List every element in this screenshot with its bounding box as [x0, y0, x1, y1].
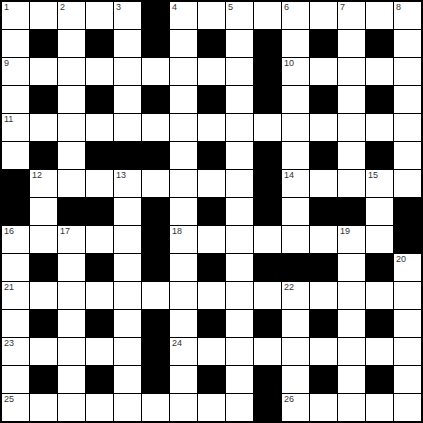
- blocked-cell: [366, 310, 393, 337]
- letter-cell[interactable]: [58, 254, 85, 281]
- blocked-cell: [142, 338, 169, 365]
- letter-cell[interactable]: [394, 30, 421, 57]
- letter-cell[interactable]: [30, 198, 57, 225]
- letter-cell[interactable]: [394, 338, 421, 365]
- letter-cell[interactable]: [170, 254, 197, 281]
- letter-cell[interactable]: [170, 30, 197, 57]
- blocked-cell: [2, 170, 29, 197]
- letter-cell[interactable]: [310, 282, 337, 309]
- blocked-cell: [198, 366, 225, 393]
- letter-cell[interactable]: [338, 394, 365, 421]
- letter-cell[interactable]: [254, 226, 281, 253]
- blocked-cell: [86, 142, 113, 169]
- letter-cell[interactable]: [282, 338, 309, 365]
- clue-number: 25: [4, 394, 14, 405]
- letter-cell[interactable]: [282, 30, 309, 57]
- letter-cell[interactable]: 4: [170, 2, 197, 29]
- letter-cell[interactable]: [198, 394, 225, 421]
- letter-cell[interactable]: [282, 226, 309, 253]
- letter-cell[interactable]: [86, 2, 113, 29]
- clue-number: 13: [116, 170, 126, 181]
- letter-cell[interactable]: [338, 366, 365, 393]
- letter-cell[interactable]: [58, 310, 85, 337]
- blocked-cell: [198, 86, 225, 113]
- letter-cell[interactable]: [142, 58, 169, 85]
- blocked-cell: [366, 366, 393, 393]
- blocked-cell: [310, 86, 337, 113]
- blocked-cell: [198, 254, 225, 281]
- clue-number: 17: [60, 226, 70, 237]
- letter-cell[interactable]: [366, 282, 393, 309]
- blocked-cell: [366, 30, 393, 57]
- letter-cell[interactable]: 6: [282, 2, 309, 29]
- letter-cell[interactable]: [254, 282, 281, 309]
- letter-cell[interactable]: [254, 2, 281, 29]
- letter-cell[interactable]: [226, 338, 253, 365]
- letter-cell[interactable]: 12: [30, 170, 57, 197]
- blocked-cell: [86, 30, 113, 57]
- letter-cell[interactable]: [254, 338, 281, 365]
- blocked-cell: [254, 142, 281, 169]
- letter-cell[interactable]: [338, 114, 365, 141]
- letter-cell[interactable]: [338, 282, 365, 309]
- letter-cell[interactable]: [114, 394, 141, 421]
- letter-cell[interactable]: [2, 310, 29, 337]
- letter-cell[interactable]: 21: [2, 282, 29, 309]
- letter-cell[interactable]: [310, 58, 337, 85]
- letter-cell[interactable]: [310, 2, 337, 29]
- letter-cell[interactable]: [170, 114, 197, 141]
- letter-cell[interactable]: [58, 86, 85, 113]
- clue-number: 18: [172, 226, 182, 237]
- letter-cell[interactable]: [114, 282, 141, 309]
- letter-cell[interactable]: [394, 114, 421, 141]
- clue-number: 11: [4, 114, 13, 125]
- letter-cell[interactable]: [58, 30, 85, 57]
- clue-number: 10: [284, 58, 294, 69]
- clue-number: 5: [228, 2, 233, 13]
- blocked-cell: [254, 366, 281, 393]
- blocked-cell: [142, 310, 169, 337]
- letter-cell[interactable]: 3: [114, 2, 141, 29]
- crossword-grid: 1234567891011121314151617181920212223242…: [0, 0, 423, 423]
- letter-cell[interactable]: [282, 86, 309, 113]
- letter-cell[interactable]: [30, 114, 57, 141]
- clue-number: 7: [340, 2, 345, 13]
- blocked-cell: [394, 198, 421, 225]
- blocked-cell: [254, 58, 281, 85]
- letter-cell[interactable]: [30, 2, 57, 29]
- clue-number: 9: [4, 58, 9, 69]
- letter-cell[interactable]: [254, 114, 281, 141]
- blocked-cell: [198, 30, 225, 57]
- letter-cell[interactable]: [170, 310, 197, 337]
- letter-cell[interactable]: 14: [282, 170, 309, 197]
- letter-cell[interactable]: [394, 58, 421, 85]
- letter-cell[interactable]: [394, 86, 421, 113]
- clue-number: 15: [368, 170, 378, 181]
- letter-cell[interactable]: 1: [2, 2, 29, 29]
- blocked-cell: [254, 394, 281, 421]
- letter-cell[interactable]: [226, 198, 253, 225]
- letter-cell[interactable]: [170, 170, 197, 197]
- blocked-cell: [198, 310, 225, 337]
- blocked-cell: [142, 226, 169, 253]
- letter-cell[interactable]: [394, 310, 421, 337]
- letter-cell[interactable]: 18: [170, 226, 197, 253]
- clue-number: 23: [4, 338, 14, 349]
- blocked-cell: [254, 310, 281, 337]
- letter-cell[interactable]: [114, 226, 141, 253]
- blocked-cell: [114, 142, 141, 169]
- blocked-cell: [282, 254, 309, 281]
- letter-cell[interactable]: [226, 366, 253, 393]
- blocked-cell: [30, 142, 57, 169]
- blocked-cell: [30, 366, 57, 393]
- letter-cell[interactable]: [114, 198, 141, 225]
- letter-cell[interactable]: [30, 394, 57, 421]
- letter-cell[interactable]: [366, 226, 393, 253]
- letter-cell[interactable]: [310, 338, 337, 365]
- blocked-cell: [254, 254, 281, 281]
- letter-cell[interactable]: [226, 226, 253, 253]
- letter-cell[interactable]: [310, 170, 337, 197]
- blocked-cell: [338, 198, 365, 225]
- clue-number: 4: [172, 2, 177, 13]
- letter-cell[interactable]: [58, 338, 85, 365]
- letter-cell[interactable]: [394, 282, 421, 309]
- blocked-cell: [310, 254, 337, 281]
- letter-cell[interactable]: [58, 394, 85, 421]
- blocked-cell: [58, 198, 85, 225]
- letter-cell[interactable]: [282, 310, 309, 337]
- blocked-cell: [142, 254, 169, 281]
- letter-cell[interactable]: [142, 282, 169, 309]
- letter-cell[interactable]: [366, 58, 393, 85]
- letter-cell[interactable]: [226, 254, 253, 281]
- blocked-cell: [366, 86, 393, 113]
- blocked-cell: [86, 254, 113, 281]
- letter-cell[interactable]: [226, 310, 253, 337]
- clue-number: 12: [32, 170, 42, 181]
- letter-cell[interactable]: [114, 366, 141, 393]
- letter-cell[interactable]: 7: [338, 2, 365, 29]
- blocked-cell: [254, 30, 281, 57]
- letter-cell[interactable]: [310, 114, 337, 141]
- letter-cell[interactable]: [394, 170, 421, 197]
- letter-cell[interactable]: [2, 86, 29, 113]
- letter-cell[interactable]: [170, 198, 197, 225]
- blocked-cell: [142, 86, 169, 113]
- blocked-cell: [2, 198, 29, 225]
- letter-cell[interactable]: [226, 114, 253, 141]
- letter-cell[interactable]: [394, 366, 421, 393]
- letter-cell[interactable]: 16: [2, 226, 29, 253]
- letter-cell[interactable]: [2, 30, 29, 57]
- letter-cell[interactable]: 20: [394, 254, 421, 281]
- letter-cell[interactable]: [338, 170, 365, 197]
- letter-cell[interactable]: [114, 58, 141, 85]
- letter-cell[interactable]: 11: [2, 114, 29, 141]
- clue-number: 6: [284, 2, 289, 13]
- letter-cell[interactable]: [58, 114, 85, 141]
- blocked-cell: [198, 198, 225, 225]
- letter-cell[interactable]: [198, 58, 225, 85]
- letter-cell[interactable]: [282, 114, 309, 141]
- letter-cell[interactable]: [226, 30, 253, 57]
- letter-cell[interactable]: [170, 142, 197, 169]
- blocked-cell: [310, 198, 337, 225]
- letter-cell[interactable]: 19: [338, 226, 365, 253]
- blocked-cell: [394, 226, 421, 253]
- letter-cell[interactable]: [282, 198, 309, 225]
- letter-cell[interactable]: [338, 310, 365, 337]
- blocked-cell: [30, 30, 57, 57]
- letter-cell[interactable]: [30, 58, 57, 85]
- letter-cell[interactable]: [170, 366, 197, 393]
- blocked-cell: [254, 86, 281, 113]
- blocked-cell: [310, 142, 337, 169]
- blocked-cell: [254, 170, 281, 197]
- letter-cell[interactable]: [86, 338, 113, 365]
- blocked-cell: [86, 366, 113, 393]
- letter-cell[interactable]: [114, 114, 141, 141]
- letter-cell[interactable]: 2: [58, 2, 85, 29]
- letter-cell[interactable]: [226, 86, 253, 113]
- blocked-cell: [310, 30, 337, 57]
- blocked-cell: [142, 142, 169, 169]
- clue-number: 1: [4, 2, 9, 13]
- blocked-cell: [366, 254, 393, 281]
- letter-cell[interactable]: [226, 282, 253, 309]
- letter-cell[interactable]: [114, 86, 141, 113]
- blocked-cell: [142, 2, 169, 29]
- letter-cell[interactable]: [58, 366, 85, 393]
- letter-cell[interactable]: [338, 338, 365, 365]
- letter-cell[interactable]: 15: [366, 170, 393, 197]
- clue-number: 22: [284, 282, 294, 293]
- letter-cell[interactable]: 8: [394, 2, 421, 29]
- letter-cell[interactable]: [86, 394, 113, 421]
- letter-cell[interactable]: [282, 142, 309, 169]
- letter-cell[interactable]: 5: [226, 2, 253, 29]
- letter-cell[interactable]: [338, 86, 365, 113]
- clue-number: 8: [396, 2, 401, 13]
- letter-cell[interactable]: [170, 58, 197, 85]
- letter-cell[interactable]: 9: [2, 58, 29, 85]
- letter-cell[interactable]: [2, 254, 29, 281]
- blocked-cell: [254, 198, 281, 225]
- letter-cell[interactable]: [198, 114, 225, 141]
- blocked-cell: [86, 310, 113, 337]
- letter-cell[interactable]: [170, 86, 197, 113]
- letter-cell[interactable]: 24: [170, 338, 197, 365]
- blocked-cell: [30, 86, 57, 113]
- letter-cell[interactable]: [170, 282, 197, 309]
- blocked-cell: [310, 310, 337, 337]
- clue-number: 26: [284, 394, 294, 405]
- letter-cell[interactable]: [30, 338, 57, 365]
- letter-cell[interactable]: 23: [2, 338, 29, 365]
- letter-cell[interactable]: [58, 282, 85, 309]
- clue-number: 3: [116, 2, 121, 13]
- letter-cell[interactable]: [30, 226, 57, 253]
- letter-cell[interactable]: [226, 170, 253, 197]
- letter-cell[interactable]: [310, 226, 337, 253]
- letter-cell[interactable]: 22: [282, 282, 309, 309]
- letter-cell[interactable]: [86, 170, 113, 197]
- letter-cell[interactable]: [338, 58, 365, 85]
- letter-cell[interactable]: [198, 2, 225, 29]
- blocked-cell: [86, 86, 113, 113]
- letter-cell[interactable]: [30, 282, 57, 309]
- letter-cell[interactable]: [338, 254, 365, 281]
- blocked-cell: [142, 30, 169, 57]
- letter-cell[interactable]: [86, 58, 113, 85]
- blocked-cell: [86, 198, 113, 225]
- clue-number: 2: [60, 2, 65, 13]
- clue-number: 21: [4, 282, 14, 293]
- letter-cell[interactable]: [366, 394, 393, 421]
- letter-cell[interactable]: [142, 114, 169, 141]
- letter-cell[interactable]: [226, 394, 253, 421]
- letter-cell[interactable]: [366, 2, 393, 29]
- letter-cell[interactable]: [366, 114, 393, 141]
- letter-cell[interactable]: [114, 310, 141, 337]
- blocked-cell: [30, 254, 57, 281]
- letter-cell[interactable]: [58, 142, 85, 169]
- letter-cell[interactable]: [86, 226, 113, 253]
- letter-cell[interactable]: [394, 394, 421, 421]
- letter-cell[interactable]: [338, 30, 365, 57]
- blocked-cell: [142, 366, 169, 393]
- letter-cell[interactable]: 10: [282, 58, 309, 85]
- clue-number: 24: [172, 338, 182, 349]
- letter-cell[interactable]: [310, 394, 337, 421]
- clue-number: 16: [4, 226, 14, 237]
- letter-cell[interactable]: [114, 30, 141, 57]
- letter-cell[interactable]: [394, 142, 421, 169]
- letter-cell[interactable]: [198, 226, 225, 253]
- letter-cell[interactable]: [2, 366, 29, 393]
- letter-cell[interactable]: [198, 170, 225, 197]
- letter-cell[interactable]: [86, 114, 113, 141]
- blocked-cell: [142, 198, 169, 225]
- clue-number: 20: [396, 254, 406, 265]
- blocked-cell: [30, 310, 57, 337]
- letter-cell[interactable]: [114, 254, 141, 281]
- letter-cell[interactable]: [2, 142, 29, 169]
- letter-cell[interactable]: [142, 170, 169, 197]
- letter-cell[interactable]: [114, 338, 141, 365]
- letter-cell[interactable]: [226, 142, 253, 169]
- clue-number: 14: [284, 170, 294, 181]
- letter-cell[interactable]: [282, 366, 309, 393]
- letter-cell[interactable]: [198, 338, 225, 365]
- letter-cell[interactable]: [226, 58, 253, 85]
- blocked-cell: [198, 142, 225, 169]
- blocked-cell: [366, 142, 393, 169]
- letter-cell[interactable]: [366, 198, 393, 225]
- clue-number: 19: [340, 226, 350, 237]
- letter-cell[interactable]: [86, 282, 113, 309]
- letter-cell[interactable]: [142, 394, 169, 421]
- letter-cell[interactable]: [170, 394, 197, 421]
- letter-cell[interactable]: 17: [58, 226, 85, 253]
- letter-cell[interactable]: [198, 282, 225, 309]
- letter-cell[interactable]: 13: [114, 170, 141, 197]
- letter-cell[interactable]: [366, 338, 393, 365]
- blocked-cell: [310, 366, 337, 393]
- letter-cell[interactable]: [338, 142, 365, 169]
- letter-cell[interactable]: [58, 170, 85, 197]
- letter-cell[interactable]: 25: [2, 394, 29, 421]
- letter-cell[interactable]: 26: [282, 394, 309, 421]
- letter-cell[interactable]: [58, 58, 85, 85]
